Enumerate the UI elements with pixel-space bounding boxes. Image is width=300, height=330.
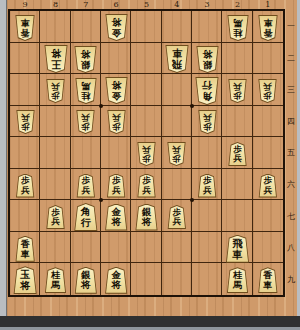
piece-kanji: 将 — [20, 280, 30, 291]
shogi-app-window: 987654321 一二三四五六七八九 香車金将桂馬香車王将銀将飛車銀将歩兵桂馬… — [0, 0, 300, 330]
shogi-piece-sente-pawn[interactable]: 歩兵 — [107, 174, 126, 198]
shogi-piece-sente-rook[interactable]: 飛車 — [226, 235, 250, 263]
piece-kanji: 車 — [233, 249, 243, 260]
piece-face: 金将 — [106, 205, 127, 230]
piece-kanji: 将 — [111, 17, 121, 28]
shogi-piece-sente-king[interactable]: 玉将 — [13, 266, 37, 294]
shogi-piece-gote-pawn[interactable]: 歩兵 — [228, 79, 247, 103]
board-square-5九[interactable] — [131, 263, 161, 295]
board-square-6二[interactable] — [101, 43, 131, 75]
shogi-piece-gote-rook[interactable]: 飛車 — [165, 45, 189, 73]
shogi-piece-sente-knight[interactable]: 桂馬 — [227, 267, 249, 293]
board-square-2二[interactable] — [222, 43, 252, 75]
shogi-piece-sente-pawn[interactable]: 歩兵 — [16, 174, 35, 198]
board-square-5八[interactable] — [131, 232, 161, 264]
piece-kanji: 兵 — [233, 81, 242, 91]
rank-label: 四 — [285, 106, 297, 138]
piece-face: 銀将 — [75, 47, 96, 72]
piece-face: 歩兵 — [108, 111, 125, 133]
board-square-3九[interactable] — [192, 263, 222, 295]
board-square-1七[interactable] — [253, 200, 283, 232]
board-square-5二[interactable] — [131, 43, 161, 75]
rank-label: 八 — [285, 232, 297, 264]
hoshi-dot — [190, 198, 194, 202]
piece-kanji: 兵 — [264, 81, 273, 91]
board-square-2七[interactable] — [222, 200, 252, 232]
piece-face: 香車 — [16, 237, 34, 261]
piece-face: 歩兵 — [199, 175, 216, 197]
board-square-7一[interactable] — [71, 11, 101, 43]
piece-kanji: 兵 — [173, 145, 182, 155]
board-square-6八[interactable] — [101, 232, 131, 264]
piece-face: 香車 — [16, 16, 34, 40]
shogi-piece-gote-pawn[interactable]: 歩兵 — [137, 142, 156, 166]
shogi-piece-gote-silver[interactable]: 銀将 — [196, 46, 219, 73]
piece-kanji: 歩 — [82, 122, 91, 132]
piece-kanji: 将 — [111, 280, 121, 291]
piece-face: 歩兵 — [168, 206, 185, 228]
board-square-3八[interactable] — [192, 232, 222, 264]
piece-kanji: 車 — [263, 280, 272, 290]
rank-label: 三 — [285, 74, 297, 106]
piece-kanji: 桂 — [233, 270, 242, 280]
piece-face: 銀将 — [136, 205, 157, 230]
piece-kanji: 飛 — [172, 59, 182, 70]
board-square-7五[interactable] — [71, 137, 101, 169]
piece-face: 歩兵 — [17, 175, 34, 197]
piece-kanji: 銀 — [81, 59, 91, 70]
piece-kanji: 香 — [263, 28, 272, 38]
piece-kanji: 兵 — [112, 113, 121, 123]
piece-kanji: 車 — [263, 18, 272, 28]
shogi-piece-sente-pawn[interactable]: 歩兵 — [137, 174, 156, 198]
piece-kanji: 行 — [81, 217, 91, 228]
piece-kanji: 玉 — [20, 269, 30, 280]
piece-kanji: 金 — [111, 28, 121, 39]
board-square-1五[interactable] — [253, 137, 283, 169]
piece-kanji: 馬 — [81, 81, 90, 91]
board-square-4四[interactable] — [162, 106, 192, 138]
piece-kanji: 兵 — [203, 186, 212, 196]
piece-kanji: 歩 — [264, 91, 273, 101]
hoshi-dot — [190, 104, 194, 108]
piece-face: 飛車 — [227, 236, 249, 262]
piece-kanji: 王 — [51, 59, 61, 70]
shogi-piece-sente-silver[interactable]: 銀将 — [74, 267, 97, 294]
shogi-piece-gote-pawn[interactable]: 歩兵 — [46, 79, 65, 103]
piece-face: 歩兵 — [47, 206, 64, 228]
piece-face: 歩兵 — [77, 175, 94, 197]
piece-face: 香車 — [259, 268, 277, 292]
piece-kanji: 香 — [21, 28, 30, 38]
piece-face: 桂馬 — [76, 79, 96, 103]
piece-kanji: 角 — [81, 206, 91, 217]
piece-kanji: 兵 — [233, 154, 242, 164]
piece-kanji: 兵 — [51, 81, 60, 91]
piece-kanji: 兵 — [142, 145, 151, 155]
shogi-piece-sente-pawn[interactable]: 歩兵 — [167, 205, 186, 229]
board-square-3七[interactable] — [192, 200, 222, 232]
piece-kanji: 桂 — [81, 91, 90, 101]
piece-kanji: 兵 — [21, 113, 30, 123]
board-square-8六[interactable] — [40, 169, 70, 201]
piece-face: 歩兵 — [108, 175, 125, 197]
shogi-piece-sente-gold[interactable]: 金将 — [105, 267, 128, 294]
piece-kanji: 行 — [202, 80, 212, 91]
window-right-edge — [297, 0, 300, 316]
piece-face: 王将 — [45, 46, 67, 72]
piece-kanji: 桂 — [233, 28, 242, 38]
piece-face: 歩兵 — [229, 80, 246, 102]
shogi-piece-sente-lance[interactable]: 香車 — [258, 267, 278, 293]
board-square-3五[interactable] — [192, 137, 222, 169]
rank-label: 六 — [285, 169, 297, 201]
piece-kanji: 馬 — [233, 18, 242, 28]
shogi-piece-gote-lance[interactable]: 香車 — [258, 15, 278, 41]
piece-face: 玉将 — [14, 267, 36, 293]
board-square-9五[interactable] — [10, 137, 40, 169]
board-square-8八[interactable] — [40, 232, 70, 264]
shogi-piece-gote-knight[interactable]: 桂馬 — [75, 78, 97, 104]
piece-kanji: 車 — [21, 18, 30, 28]
board-square-2六[interactable] — [222, 169, 252, 201]
board-square-9七[interactable] — [10, 200, 40, 232]
piece-kanji: 兵 — [82, 186, 91, 196]
piece-kanji: 将 — [81, 49, 91, 60]
shogi-piece-sente-pawn[interactable]: 歩兵 — [76, 174, 95, 198]
piece-kanji: 兵 — [142, 186, 151, 196]
piece-kanji: 車 — [21, 249, 30, 259]
piece-face: 歩兵 — [168, 143, 185, 165]
piece-face: 銀将 — [75, 268, 96, 293]
piece-face: 角行 — [75, 204, 97, 230]
board-square-1四[interactable] — [253, 106, 283, 138]
piece-kanji: 将 — [111, 217, 121, 228]
shogi-piece-sente-lance[interactable]: 香車 — [15, 236, 35, 262]
piece-face: 歩兵 — [259, 175, 276, 197]
piece-kanji: 角 — [202, 91, 212, 102]
piece-kanji: 兵 — [203, 113, 212, 123]
shogi-piece-gote-bishop[interactable]: 角行 — [195, 77, 219, 105]
rank-label: 九 — [285, 263, 297, 295]
piece-face: 歩兵 — [138, 143, 155, 165]
board-square-5四[interactable] — [131, 106, 161, 138]
piece-face: 歩兵 — [47, 80, 64, 102]
board-square-1二[interactable] — [253, 43, 283, 75]
piece-kanji: 兵 — [21, 186, 30, 196]
shogi-piece-sente-gold[interactable]: 金将 — [105, 204, 128, 231]
piece-face: 香車 — [259, 16, 277, 40]
rank-label: 二 — [285, 43, 297, 75]
piece-kanji: 兵 — [112, 186, 121, 196]
piece-face: 歩兵 — [229, 143, 246, 165]
piece-face: 桂馬 — [46, 268, 66, 292]
piece-face: 歩兵 — [259, 80, 276, 102]
piece-kanji: 兵 — [51, 217, 60, 227]
board-square-7八[interactable] — [71, 232, 101, 264]
shogi-piece-sente-silver[interactable]: 銀将 — [135, 204, 158, 231]
piece-kanji: 金 — [111, 91, 121, 102]
piece-kanji: 馬 — [233, 280, 242, 290]
piece-kanji: 歩 — [51, 91, 60, 101]
shogi-piece-sente-pawn[interactable]: 歩兵 — [228, 142, 247, 166]
shogi-piece-gote-lance[interactable]: 香車 — [15, 15, 35, 41]
piece-face: 銀将 — [197, 47, 218, 72]
piece-kanji: 兵 — [173, 217, 182, 227]
piece-face: 飛車 — [166, 46, 188, 72]
board-square-8四[interactable] — [40, 106, 70, 138]
piece-kanji: 歩 — [203, 122, 212, 132]
piece-face: 歩兵 — [17, 111, 34, 133]
board-square-8一[interactable] — [40, 11, 70, 43]
board-square-4三[interactable] — [162, 74, 192, 106]
piece-kanji: 将 — [142, 217, 152, 228]
piece-face: 角行 — [196, 78, 218, 104]
board-square-8五[interactable] — [40, 137, 70, 169]
piece-kanji: 兵 — [82, 113, 91, 123]
piece-kanji: 兵 — [264, 186, 273, 196]
piece-kanji: 桂 — [51, 270, 60, 280]
board-square-4八[interactable] — [162, 232, 192, 264]
piece-face: 歩兵 — [199, 111, 216, 133]
board-square-4一[interactable] — [162, 11, 192, 43]
piece-kanji: 歩 — [173, 154, 182, 164]
board-square-6五[interactable] — [101, 137, 131, 169]
piece-kanji: 歩 — [233, 91, 242, 101]
piece-kanji: 歩 — [112, 122, 121, 132]
shogi-piece-sente-pawn[interactable]: 歩兵 — [258, 174, 277, 198]
piece-kanji: 将 — [81, 280, 91, 291]
piece-face: 金将 — [106, 78, 127, 103]
rank-label: 五 — [285, 137, 297, 169]
piece-face: 歩兵 — [138, 175, 155, 197]
piece-kanji: 香 — [263, 270, 272, 280]
rank-coordinate-labels: 一二三四五六七八九 — [285, 11, 297, 295]
piece-kanji: 銀 — [202, 59, 212, 70]
board-square-5三[interactable] — [131, 74, 161, 106]
piece-kanji: 馬 — [51, 280, 60, 290]
piece-face: 桂馬 — [228, 16, 248, 40]
board-square-1八[interactable] — [253, 232, 283, 264]
board-square-2四[interactable] — [222, 106, 252, 138]
shogi-piece-sente-pawn[interactable]: 歩兵 — [198, 174, 217, 198]
piece-kanji: 将 — [51, 48, 61, 59]
piece-kanji: 香 — [21, 239, 30, 249]
shogi-board[interactable]: 香車金将桂馬香車王将銀将飛車銀将歩兵桂馬金将角行歩兵歩兵歩兵歩兵歩兵歩兵歩兵歩兵… — [8, 9, 285, 297]
board-square-9二[interactable] — [10, 43, 40, 75]
rank-label: 七 — [285, 200, 297, 232]
board-square-3一[interactable] — [192, 11, 222, 43]
board-square-9三[interactable] — [10, 74, 40, 106]
board-square-4九[interactable] — [162, 263, 192, 295]
piece-kanji: 将 — [202, 49, 212, 60]
board-square-4六[interactable] — [162, 169, 192, 201]
rank-label: 一 — [285, 11, 297, 43]
shogi-piece-sente-knight[interactable]: 桂馬 — [45, 267, 67, 293]
shogi-piece-sente-bishop[interactable]: 角行 — [74, 203, 98, 231]
hoshi-dot — [99, 104, 103, 108]
shogi-piece-gote-silver[interactable]: 銀将 — [74, 46, 97, 73]
piece-kanji: 将 — [111, 80, 121, 91]
piece-kanji: 飛 — [233, 238, 243, 249]
hoshi-dot — [99, 198, 103, 202]
board-square-5一[interactable] — [131, 11, 161, 43]
piece-face: 桂馬 — [228, 268, 248, 292]
piece-kanji: 歩 — [142, 154, 151, 164]
piece-kanji: 車 — [172, 48, 182, 59]
piece-face: 金将 — [106, 15, 127, 40]
shogi-piece-sente-pawn[interactable]: 歩兵 — [46, 205, 65, 229]
piece-face: 歩兵 — [77, 111, 94, 133]
piece-kanji: 歩 — [21, 122, 30, 132]
piece-face: 金将 — [106, 268, 127, 293]
